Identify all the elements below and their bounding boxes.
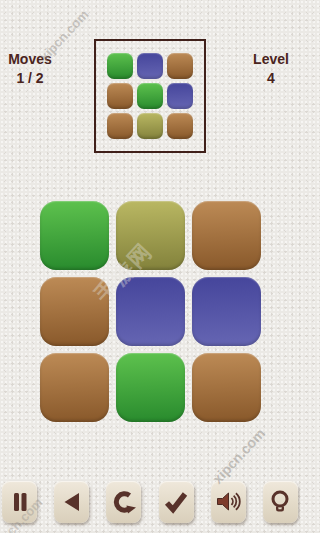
back-button[interactable]: [54, 481, 89, 523]
target-tile-r2c1-brown: [107, 83, 133, 109]
main-tile-r3c2-green[interactable]: [116, 353, 185, 422]
restart-button[interactable]: [106, 481, 141, 523]
toolbar: [2, 481, 298, 523]
main-grid: [40, 201, 261, 422]
target-tile-r1c1-green: [107, 53, 133, 79]
level-indicator: Level 4: [242, 51, 300, 87]
main-tile-r1c3-brown[interactable]: [192, 201, 261, 270]
target-pattern-box: [94, 39, 206, 153]
speaker-icon: [215, 489, 241, 515]
watermark: xipcn.com: [209, 425, 268, 487]
lightbulb-icon: [268, 489, 292, 515]
pause-icon: [8, 489, 32, 515]
main-tile-r2c2-blue[interactable]: [116, 277, 185, 346]
main-tile-r2c3-blue[interactable]: [192, 277, 261, 346]
target-tile-r1c2-blue: [137, 53, 163, 79]
main-tile-r1c2-olive[interactable]: [116, 201, 185, 270]
target-tile-r1c3-brown: [167, 53, 193, 79]
target-grid: [107, 53, 193, 139]
confirm-button[interactable]: [159, 481, 194, 523]
back-icon: [60, 489, 84, 515]
target-tile-r3c3-brown: [167, 113, 193, 139]
hint-button[interactable]: [263, 481, 298, 523]
target-tile-r2c3-blue: [167, 83, 193, 109]
level-value: 4: [242, 70, 300, 87]
check-icon: [163, 489, 189, 515]
moves-label: Moves: [0, 51, 60, 68]
main-tile-r2c1-brown[interactable]: [40, 277, 109, 346]
target-tile-r3c1-brown: [107, 113, 133, 139]
main-tile-r3c1-brown[interactable]: [40, 353, 109, 422]
level-label: Level: [242, 51, 300, 68]
restart-icon: [111, 489, 137, 515]
sound-button[interactable]: [211, 481, 246, 523]
target-tile-r2c2-green: [137, 83, 163, 109]
target-tile-r3c2-olive: [137, 113, 163, 139]
moves-value: 1 / 2: [0, 70, 60, 87]
moves-counter: Moves 1 / 2: [0, 51, 60, 87]
pause-button[interactable]: [2, 481, 37, 523]
main-tile-r3c3-brown[interactable]: [192, 353, 261, 422]
main-tile-r1c1-green[interactable]: [40, 201, 109, 270]
